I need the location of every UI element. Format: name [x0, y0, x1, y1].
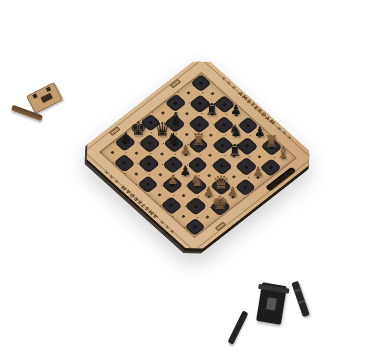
square-slot-hole [231, 195, 235, 199]
square-slot-hole [111, 151, 115, 155]
square-slot-hole [185, 132, 189, 136]
square-slot-hole [208, 154, 212, 158]
square-slot-hole [211, 92, 215, 96]
square-slot-hole [258, 135, 262, 139]
square-slot-hole [209, 133, 213, 137]
square-slot-hole [158, 193, 162, 197]
square-slot-hole [206, 215, 210, 219]
square-slot-hole [207, 174, 211, 178]
border-engraved-mark [109, 126, 120, 135]
square-slot-hole [184, 153, 188, 157]
border-engraved-mark [215, 222, 226, 231]
board-field: ♟♚♛♝♞♜♟♜♟♟♟♞♞♜♟♟♛♜♚♟♟♝ [99, 72, 297, 238]
square-slot-hole [161, 111, 165, 115]
captured-black-plate-piece [256, 282, 287, 324]
square-slot-hole [158, 173, 162, 177]
stick-notch [298, 300, 305, 304]
square-slot-hole [134, 172, 138, 176]
square-slot-hole [232, 175, 236, 179]
captured-black-stick-piece [228, 310, 249, 344]
plate-slot-hole [40, 93, 53, 103]
square-slot-hole [186, 91, 190, 95]
chess-board: ✕✕✕ AMSTERDAM ✕✕✕ ✕✕✕ AMSTERDAM ✕✕✕ ♟♚♛♝… [78, 54, 318, 256]
square-slot-hole [182, 194, 186, 198]
square-slot-hole [181, 214, 185, 218]
square-slot-hole [135, 151, 139, 155]
square-slot-hole [232, 154, 236, 158]
stick-notch [294, 288, 301, 292]
square-slot-hole [159, 152, 163, 156]
square-slot-hole [257, 155, 261, 159]
square-slot-hole [136, 131, 140, 135]
square-slot-hole [233, 134, 237, 138]
product-photo-scene: ✕✕✕ AMSTERDAM ✕✕✕ ✕✕✕ AMSTERDAM ✕✕✕ ♟♚♛♝… [0, 0, 377, 359]
square-slot-hole [210, 113, 214, 117]
square-slot-hole [281, 156, 285, 160]
square-slot-hole [160, 132, 164, 136]
plate-tab [32, 93, 37, 98]
border-engraved-mark [170, 79, 181, 88]
captured-wood-plate-piece [26, 82, 63, 114]
square-slot-hole [183, 173, 187, 177]
square-slot-hole [206, 195, 210, 199]
square-slot-hole [256, 175, 260, 179]
square-slot-hole [234, 113, 238, 117]
plate-tab [46, 87, 51, 92]
captured-black-stick-piece [291, 281, 309, 317]
plate-centre-hole [266, 297, 277, 310]
square-slot-hole [185, 112, 189, 116]
